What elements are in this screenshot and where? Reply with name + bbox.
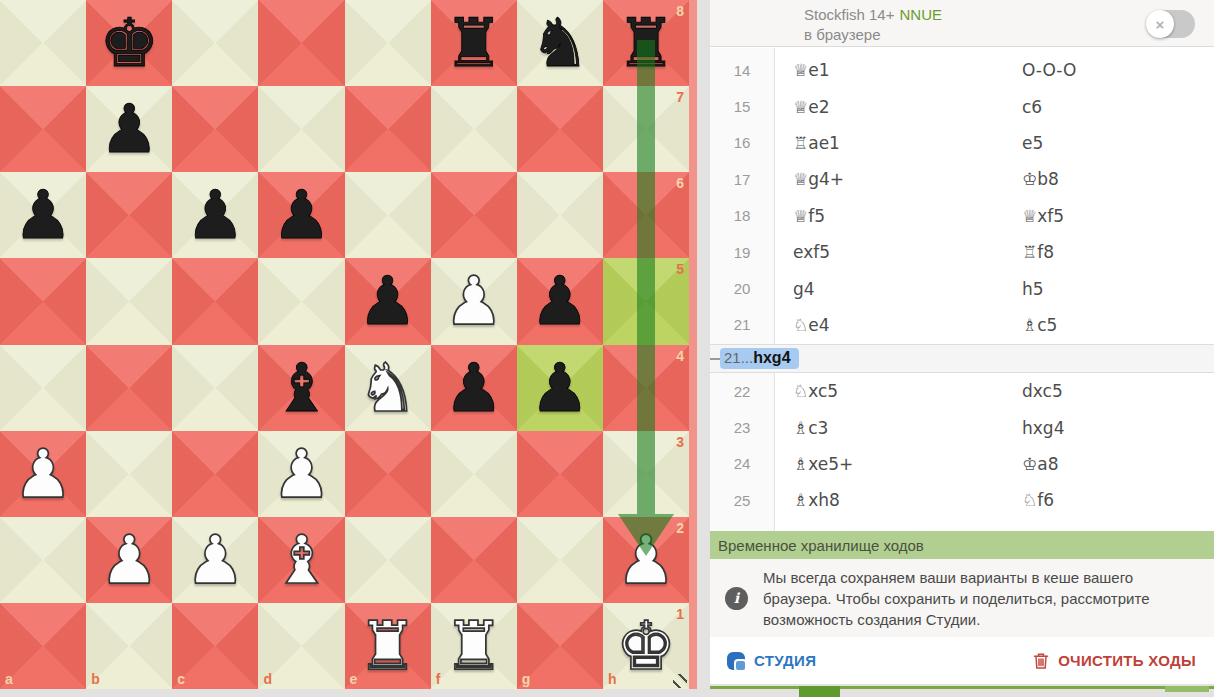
square-b5[interactable] xyxy=(86,258,172,344)
square-b7[interactable]: ♟ xyxy=(86,86,172,172)
engine-nnue-badge: NNUE xyxy=(899,6,942,23)
square-b6[interactable] xyxy=(86,172,172,258)
black-pawn[interactable]: ♟ xyxy=(530,345,590,431)
square-g7[interactable] xyxy=(517,86,603,172)
square-d5[interactable] xyxy=(258,258,344,344)
square-b1[interactable]: b xyxy=(86,603,172,689)
move-white[interactable]: g4 xyxy=(774,279,1003,299)
move-black[interactable]: ♘f6 xyxy=(1003,490,1214,510)
move-white[interactable]: ♕e1 xyxy=(774,60,1003,80)
square-f5[interactable]: ♟ xyxy=(431,258,517,344)
square-f7[interactable] xyxy=(431,86,517,172)
coord-file-a: a xyxy=(5,672,13,686)
coord-file-c: c xyxy=(177,672,185,686)
move-black[interactable]: ♔b8 xyxy=(1003,169,1214,189)
black-pawn[interactable]: ♟ xyxy=(271,172,331,258)
black-king[interactable]: ♚ xyxy=(99,0,159,86)
square-c1[interactable]: c xyxy=(172,603,258,689)
square-f2[interactable] xyxy=(431,517,517,603)
move-list-continuation: 22♘xc5dxc523♗c3hxg424♗xe5+♔a825♗xh8♘f6 xyxy=(710,373,1214,519)
move-black[interactable]: ♗c5 xyxy=(1003,315,1214,335)
move-white[interactable]: ♗xh8 xyxy=(774,490,1003,510)
engine-subtitle: в браузере xyxy=(804,25,942,45)
square-f4[interactable]: ♟ xyxy=(431,345,517,431)
white-pawn[interactable]: ♟ xyxy=(13,431,73,517)
square-f1[interactable]: ♜f xyxy=(431,603,517,689)
move-black[interactable]: ♔a8 xyxy=(1003,454,1214,474)
variation-move-san: hxg4 xyxy=(753,349,790,367)
square-b2[interactable]: ♟ xyxy=(86,517,172,603)
coord-rank-4: 4 xyxy=(676,349,684,363)
white-rook[interactable]: ♜ xyxy=(358,603,418,689)
move-row: 24♗xe5+♔a8 xyxy=(710,446,1214,482)
move-white[interactable]: ♕e2 xyxy=(774,97,1003,117)
square-g1[interactable]: g xyxy=(517,603,603,689)
white-pawn[interactable]: ♟ xyxy=(444,258,504,344)
square-a1[interactable]: a xyxy=(0,603,86,689)
square-d7[interactable] xyxy=(258,86,344,172)
move-black[interactable]: O-O-O xyxy=(1003,60,1214,80)
white-pawn[interactable]: ♟ xyxy=(185,517,245,603)
square-f3[interactable] xyxy=(431,431,517,517)
move-white[interactable]: ♘xc5 xyxy=(774,381,1003,401)
info-icon: i xyxy=(725,587,748,610)
square-c7[interactable] xyxy=(172,86,258,172)
move-black[interactable]: h5 xyxy=(1003,279,1214,299)
panel-footer: СТУДИЯ ОЧИСТИТЬ ХОДЫ xyxy=(710,637,1214,684)
move-black[interactable]: ♕xf5 xyxy=(1003,206,1214,226)
move-number: 25 xyxy=(710,492,774,509)
square-c8[interactable] xyxy=(172,0,258,86)
storage-banner-label: Временное хранилище ходов xyxy=(718,537,924,554)
black-pawn[interactable]: ♟ xyxy=(99,86,159,172)
study-button[interactable]: СТУДИЯ xyxy=(727,652,816,670)
square-d6[interactable]: ♟ xyxy=(258,172,344,258)
square-a2[interactable] xyxy=(0,517,86,603)
square-c6[interactable]: ♟ xyxy=(172,172,258,258)
move-white[interactable]: ♗c3 xyxy=(774,418,1003,438)
square-g4[interactable]: ♟ xyxy=(517,345,603,431)
cache-info-note: i Мы всегда сохраняем ваши варианты в ке… xyxy=(710,559,1214,637)
move-number: 15 xyxy=(710,98,774,115)
square-e1[interactable]: ♜e xyxy=(345,603,431,689)
move-black[interactable]: hxg4 xyxy=(1003,418,1214,438)
cache-info-text: Мы всегда сохраняем ваши варианты в кеше… xyxy=(763,567,1195,630)
black-pawn[interactable]: ♟ xyxy=(13,172,73,258)
engine-header: Stockfish 14+NNUE в браузере × xyxy=(710,0,1214,47)
move-black[interactable]: dxc5 xyxy=(1003,381,1214,401)
move-number: 23 xyxy=(710,419,774,436)
square-d1[interactable]: d xyxy=(258,603,344,689)
coord-rank-8: 8 xyxy=(676,4,684,18)
black-pawn[interactable]: ♟ xyxy=(444,345,504,431)
square-c4[interactable] xyxy=(172,345,258,431)
move-row: 25♗xh8♘f6 xyxy=(710,482,1214,518)
square-h6[interactable]: 6 xyxy=(603,172,689,258)
square-d3[interactable]: ♟ xyxy=(258,431,344,517)
clear-moves-label: ОЧИСТИТЬ ХОДЫ xyxy=(1058,652,1196,669)
square-b4[interactable] xyxy=(86,345,172,431)
white-king[interactable]: ♚ xyxy=(616,603,676,689)
square-b3[interactable] xyxy=(86,431,172,517)
trash-icon xyxy=(1033,652,1049,670)
square-h4[interactable]: 4 xyxy=(603,345,689,431)
move-row: 15♕e2c6 xyxy=(710,88,1214,124)
square-g3[interactable] xyxy=(517,431,603,517)
move-black[interactable]: e5 xyxy=(1003,133,1214,153)
square-e7[interactable] xyxy=(345,86,431,172)
move-row: 20g4h5 xyxy=(710,270,1214,306)
toggle-off-icon: × xyxy=(1156,16,1165,33)
square-a4[interactable] xyxy=(0,345,86,431)
move-number: 18 xyxy=(710,207,774,224)
move-row: 17♕g4+♔b8 xyxy=(710,161,1214,197)
move-number: 22 xyxy=(710,383,774,400)
clear-moves-button[interactable]: ОЧИСТИТЬ ХОДЫ xyxy=(1033,652,1196,670)
coord-file-b: b xyxy=(91,672,100,686)
variation-row: 21... hxg4 xyxy=(710,344,1214,373)
square-c5[interactable] xyxy=(172,258,258,344)
square-e4[interactable]: ♞ xyxy=(345,345,431,431)
white-pawn[interactable]: ♟ xyxy=(616,517,676,603)
white-bishop[interactable]: ♝ xyxy=(271,517,331,603)
study-button-label: СТУДИЯ xyxy=(754,652,816,669)
square-c3[interactable] xyxy=(172,431,258,517)
coord-rank-5: 5 xyxy=(676,262,684,276)
square-c2[interactable]: ♟ xyxy=(172,517,258,603)
move-row: 19exf5♖f8 xyxy=(710,234,1214,270)
square-a7[interactable] xyxy=(0,86,86,172)
square-h7[interactable]: 7 xyxy=(603,86,689,172)
move-black[interactable]: ♖f8 xyxy=(1003,242,1214,262)
square-e2[interactable] xyxy=(345,517,431,603)
square-g6[interactable] xyxy=(517,172,603,258)
board-resize-handle[interactable] xyxy=(673,674,687,688)
square-d8[interactable] xyxy=(258,0,344,86)
move-number: 16 xyxy=(710,134,774,151)
move-white[interactable]: exf5 xyxy=(774,242,1003,262)
move-number: 21 xyxy=(710,316,774,333)
square-a3[interactable]: ♟ xyxy=(0,431,86,517)
move-number: 20 xyxy=(710,280,774,297)
move-row: 16♖ae1e5 xyxy=(710,125,1214,161)
black-rook[interactable]: ♜ xyxy=(616,0,676,86)
square-e6[interactable] xyxy=(345,172,431,258)
square-g8[interactable]: ♞ xyxy=(517,0,603,86)
variation-move-number: 21... xyxy=(724,349,753,366)
coord-file-h: h xyxy=(608,672,617,686)
square-g5[interactable]: ♟ xyxy=(517,258,603,344)
variation-tree-dash xyxy=(710,358,720,360)
move-number: 24 xyxy=(710,455,774,472)
move-white[interactable]: ♖ae1 xyxy=(774,133,1003,153)
bottom-bar-right-segment xyxy=(1165,686,1209,692)
square-h3[interactable]: 3 xyxy=(603,431,689,517)
move-white[interactable]: ♕g4+ xyxy=(774,169,1003,189)
white-knight[interactable]: ♞ xyxy=(358,345,418,431)
black-pawn[interactable]: ♟ xyxy=(185,172,245,258)
move-row: 21♘e4♗c5 xyxy=(710,307,1214,343)
move-white[interactable]: ♕f5 xyxy=(774,206,1003,226)
move-row: 14♕e1O-O-O xyxy=(710,52,1214,88)
black-pawn[interactable]: ♟ xyxy=(530,258,590,344)
coord-file-e: e xyxy=(350,672,358,686)
square-a6[interactable]: ♟ xyxy=(0,172,86,258)
coord-rank-1: 1 xyxy=(676,607,684,621)
temporary-storage-banner: Временное хранилище ходов xyxy=(710,531,1214,559)
white-pawn[interactable]: ♟ xyxy=(271,431,331,517)
move-row: 23♗c3hxg4 xyxy=(710,409,1214,445)
square-a5[interactable] xyxy=(0,258,86,344)
study-icon xyxy=(727,652,745,670)
coord-file-f: f xyxy=(436,672,441,686)
scrollbar-thumb[interactable] xyxy=(799,686,840,697)
square-e5[interactable]: ♟ xyxy=(345,258,431,344)
square-d2[interactable]: ♝ xyxy=(258,517,344,603)
move-number: 14 xyxy=(710,62,774,79)
black-knight[interactable]: ♞ xyxy=(530,0,590,86)
panel-bottom-bar xyxy=(710,686,1214,689)
coord-file-g: g xyxy=(522,672,531,686)
black-bishop[interactable]: ♝ xyxy=(271,345,331,431)
black-pawn[interactable]: ♟ xyxy=(358,258,418,344)
coord-rank-6: 6 xyxy=(676,176,684,190)
move-white[interactable]: ♘e4 xyxy=(774,315,1003,335)
coord-rank-3: 3 xyxy=(676,435,684,449)
coord-rank-2: 2 xyxy=(676,521,684,535)
square-d4[interactable]: ♝ xyxy=(258,345,344,431)
square-h5[interactable]: 5 xyxy=(603,258,689,344)
square-h2[interactable]: ♟2 xyxy=(603,517,689,603)
square-g2[interactable] xyxy=(517,517,603,603)
square-f6[interactable] xyxy=(431,172,517,258)
move-black[interactable]: c6 xyxy=(1003,97,1214,117)
coord-rank-7: 7 xyxy=(676,90,684,104)
info-icon-glyph: i xyxy=(734,590,739,606)
engine-name: Stockfish 14+ xyxy=(804,6,894,23)
analysis-panel: Stockfish 14+NNUE в браузере × 14♕e1O-O-… xyxy=(710,0,1214,684)
square-a8[interactable] xyxy=(0,0,86,86)
move-white[interactable]: ♗xe5+ xyxy=(774,454,1003,474)
white-rook[interactable]: ♜ xyxy=(444,603,504,689)
square-e8[interactable] xyxy=(345,0,431,86)
board-edge-strip xyxy=(689,0,697,689)
coord-file-d: d xyxy=(263,672,272,686)
engine-label: Stockfish 14+NNUE в браузере xyxy=(804,5,942,45)
square-e3[interactable] xyxy=(345,431,431,517)
square-f8[interactable]: ♜ xyxy=(431,0,517,86)
engine-toggle-knob[interactable]: × xyxy=(1146,10,1174,38)
black-rook[interactable]: ♜ xyxy=(444,0,504,86)
move-number: 19 xyxy=(710,244,774,261)
selected-variation-move[interactable]: 21... hxg4 xyxy=(720,348,799,369)
move-row: 22♘xc5dxc5 xyxy=(710,373,1214,409)
white-pawn[interactable]: ♟ xyxy=(99,517,159,603)
move-list-main: 14♕e1O-O-O15♕e2c616♖ae1e517♕g4+♔b818♕f5♕… xyxy=(710,52,1214,343)
move-number: 17 xyxy=(710,171,774,188)
engine-toggle[interactable]: × xyxy=(1147,10,1195,38)
square-h8[interactable]: ♜8 xyxy=(603,0,689,86)
chess-board: ♚♜♞♜8♟7♟♟♟6♟♟♟5♝♞♟♟4♟♟3♟♟♝♟2abcd♜e♜fg♚h1 xyxy=(0,0,689,689)
move-row: 18♕f5♕xf5 xyxy=(710,198,1214,234)
square-b8[interactable]: ♚ xyxy=(86,0,172,86)
